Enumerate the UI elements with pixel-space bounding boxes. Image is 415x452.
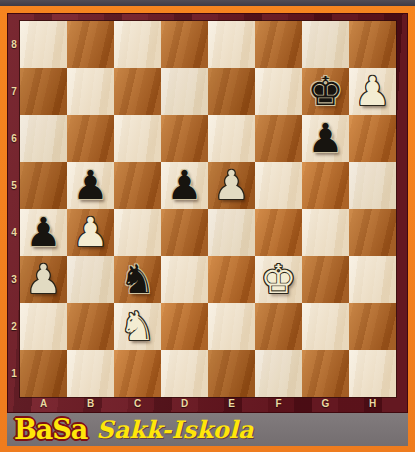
- file-label-f: F: [255, 397, 302, 412]
- square-d7[interactable]: [161, 68, 208, 115]
- rank-labels: 87654321: [8, 21, 20, 397]
- file-label-d: D: [161, 397, 208, 412]
- square-a8[interactable]: [20, 21, 67, 68]
- black-pawn-a4[interactable]: ♟: [26, 209, 62, 256]
- square-b8[interactable]: [67, 21, 114, 68]
- square-c4[interactable]: [114, 209, 161, 256]
- square-a2[interactable]: [20, 303, 67, 350]
- square-a5[interactable]: [20, 162, 67, 209]
- square-g1[interactable]: [302, 350, 349, 397]
- square-b5[interactable]: ♟: [67, 162, 114, 209]
- square-b6[interactable]: [67, 115, 114, 162]
- square-c6[interactable]: [114, 115, 161, 162]
- square-h2[interactable]: [349, 303, 396, 350]
- square-a4[interactable]: ♟: [20, 209, 67, 256]
- square-a3[interactable]: ♟: [20, 256, 67, 303]
- square-d3[interactable]: [161, 256, 208, 303]
- square-f7[interactable]: [255, 68, 302, 115]
- square-f2[interactable]: [255, 303, 302, 350]
- white-pawn-b4[interactable]: ♟: [73, 209, 109, 256]
- square-b3[interactable]: [67, 256, 114, 303]
- square-c3[interactable]: ♞: [114, 256, 161, 303]
- square-h8[interactable]: [349, 21, 396, 68]
- white-pawn-e5[interactable]: ♟: [214, 162, 250, 209]
- white-pawn-h7[interactable]: ♟: [355, 68, 391, 115]
- square-e6[interactable]: [208, 115, 255, 162]
- logo-subtitle: Sakk-Iskola: [96, 416, 253, 444]
- rank-label-3: 3: [8, 256, 20, 303]
- white-pawn-a3[interactable]: ♟: [26, 256, 62, 303]
- rank-label-7: 7: [8, 68, 20, 115]
- square-f5[interactable]: [255, 162, 302, 209]
- file-label-b: B: [67, 397, 114, 412]
- square-a6[interactable]: [20, 115, 67, 162]
- rank-label-1: 1: [8, 350, 20, 397]
- black-pawn-d5[interactable]: ♟: [167, 162, 203, 209]
- square-g3[interactable]: [302, 256, 349, 303]
- footer-banner: BaSa Sakk-Iskola: [7, 413, 408, 446]
- square-f8[interactable]: [255, 21, 302, 68]
- square-d8[interactable]: [161, 21, 208, 68]
- white-knight-c2[interactable]: ♞: [120, 303, 156, 350]
- square-f1[interactable]: [255, 350, 302, 397]
- rank-label-6: 6: [8, 115, 20, 162]
- square-f3[interactable]: ♚: [255, 256, 302, 303]
- rank-label-4: 4: [8, 209, 20, 256]
- square-c7[interactable]: [114, 68, 161, 115]
- chess-diagram-window: 87654321 ♚♟♟♟♟♟♟♟♟♞♚♞ ABCDEFGH BaSa Sakk…: [0, 0, 415, 452]
- rank-label-5: 5: [8, 162, 20, 209]
- square-d5[interactable]: ♟: [161, 162, 208, 209]
- square-e2[interactable]: [208, 303, 255, 350]
- white-king-f3[interactable]: ♚: [261, 256, 297, 303]
- square-d6[interactable]: [161, 115, 208, 162]
- square-f4[interactable]: [255, 209, 302, 256]
- file-label-c: C: [114, 397, 161, 412]
- square-h7[interactable]: ♟: [349, 68, 396, 115]
- square-c5[interactable]: [114, 162, 161, 209]
- black-pawn-g6[interactable]: ♟: [308, 115, 344, 162]
- square-g6[interactable]: ♟: [302, 115, 349, 162]
- square-h6[interactable]: [349, 115, 396, 162]
- square-d4[interactable]: [161, 209, 208, 256]
- square-b4[interactable]: ♟: [67, 209, 114, 256]
- square-g7[interactable]: ♚: [302, 68, 349, 115]
- file-label-a: A: [20, 397, 67, 412]
- square-g2[interactable]: [302, 303, 349, 350]
- top-bar: [0, 0, 415, 6]
- board-frame: 87654321 ♚♟♟♟♟♟♟♟♟♞♚♞ ABCDEFGH: [7, 13, 408, 413]
- square-c8[interactable]: [114, 21, 161, 68]
- square-b7[interactable]: [67, 68, 114, 115]
- square-e7[interactable]: [208, 68, 255, 115]
- square-f6[interactable]: [255, 115, 302, 162]
- rank-label-2: 2: [8, 303, 20, 350]
- square-g8[interactable]: [302, 21, 349, 68]
- chess-board: ♚♟♟♟♟♟♟♟♟♞♚♞: [20, 21, 396, 397]
- square-h5[interactable]: [349, 162, 396, 209]
- square-h1[interactable]: [349, 350, 396, 397]
- square-e5[interactable]: ♟: [208, 162, 255, 209]
- square-e4[interactable]: [208, 209, 255, 256]
- file-labels: ABCDEFGH: [20, 397, 396, 412]
- square-a1[interactable]: [20, 350, 67, 397]
- square-h3[interactable]: [349, 256, 396, 303]
- square-d1[interactable]: [161, 350, 208, 397]
- square-h4[interactable]: [349, 209, 396, 256]
- square-c1[interactable]: [114, 350, 161, 397]
- square-e8[interactable]: [208, 21, 255, 68]
- square-d2[interactable]: [161, 303, 208, 350]
- square-e1[interactable]: [208, 350, 255, 397]
- square-a7[interactable]: [20, 68, 67, 115]
- black-king-g7[interactable]: ♚: [308, 68, 344, 115]
- file-label-h: H: [349, 397, 396, 412]
- file-label-g: G: [302, 397, 349, 412]
- square-g5[interactable]: [302, 162, 349, 209]
- square-g4[interactable]: [302, 209, 349, 256]
- logo-basa: BaSa: [14, 415, 87, 445]
- black-pawn-b5[interactable]: ♟: [73, 162, 109, 209]
- file-label-e: E: [208, 397, 255, 412]
- rank-label-8: 8: [8, 21, 20, 68]
- square-e3[interactable]: [208, 256, 255, 303]
- square-b1[interactable]: [67, 350, 114, 397]
- square-c2[interactable]: ♞: [114, 303, 161, 350]
- square-b2[interactable]: [67, 303, 114, 350]
- black-knight-c3[interactable]: ♞: [120, 256, 156, 303]
